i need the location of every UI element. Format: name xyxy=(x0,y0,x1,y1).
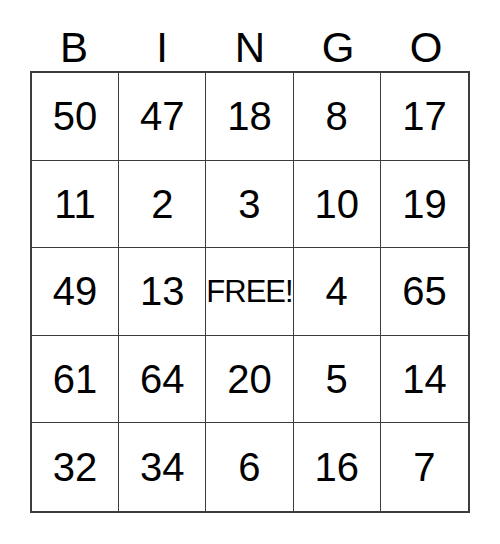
bingo-cell-r3c4[interactable]: 14 xyxy=(381,336,468,424)
bingo-cell-r0c0[interactable]: 50 xyxy=(32,73,119,161)
bingo-cell-r4c3[interactable]: 16 xyxy=(294,423,381,511)
bingo-cell-r1c1[interactable]: 2 xyxy=(119,161,206,249)
bingo-card: B I N G O 504718817112310194913FREE!4656… xyxy=(0,0,500,544)
bingo-header: B I N G O xyxy=(30,0,470,70)
bingo-cell-r1c3[interactable]: 10 xyxy=(294,161,381,249)
bingo-cell-r2c1[interactable]: 13 xyxy=(119,248,206,336)
bingo-grid: 504718817112310194913FREE!46561642051432… xyxy=(30,71,470,513)
bingo-cell-r2c4[interactable]: 65 xyxy=(381,248,468,336)
header-letter-g: G xyxy=(294,0,382,70)
bingo-cell-r3c0[interactable]: 61 xyxy=(32,336,119,424)
header-letter-b: B xyxy=(30,0,118,70)
bingo-cell-r1c4[interactable]: 19 xyxy=(381,161,468,249)
bingo-cell-r0c2[interactable]: 18 xyxy=(206,73,293,161)
bingo-cell-r0c3[interactable]: 8 xyxy=(294,73,381,161)
bingo-cell-r2c0[interactable]: 49 xyxy=(32,248,119,336)
bingo-cell-r1c2[interactable]: 3 xyxy=(206,161,293,249)
bingo-cell-r4c2[interactable]: 6 xyxy=(206,423,293,511)
header-letter-n: N xyxy=(206,0,294,70)
header-letter-i: I xyxy=(118,0,206,70)
header-letter-o: O xyxy=(382,0,470,70)
bingo-cell-r4c4[interactable]: 7 xyxy=(381,423,468,511)
bingo-cell-r3c2[interactable]: 20 xyxy=(206,336,293,424)
bingo-cell-r0c1[interactable]: 47 xyxy=(119,73,206,161)
bingo-cell-r3c1[interactable]: 64 xyxy=(119,336,206,424)
free-space-cell[interactable]: FREE! xyxy=(206,248,293,336)
bingo-cell-r0c4[interactable]: 17 xyxy=(381,73,468,161)
bingo-cell-r1c0[interactable]: 11 xyxy=(32,161,119,249)
bingo-cell-r4c1[interactable]: 34 xyxy=(119,423,206,511)
bingo-cell-r2c3[interactable]: 4 xyxy=(294,248,381,336)
bingo-cell-r4c0[interactable]: 32 xyxy=(32,423,119,511)
bingo-cell-r3c3[interactable]: 5 xyxy=(294,336,381,424)
